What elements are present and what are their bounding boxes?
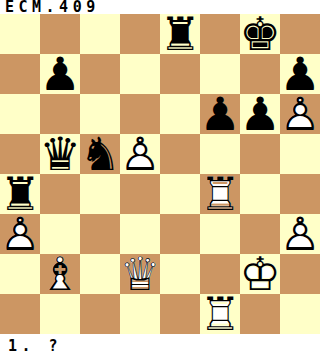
white-queen-d2: ♛♕	[120, 254, 160, 294]
square-g5[interactable]	[240, 134, 280, 174]
white-pawn-h6: ♟♙	[280, 94, 320, 134]
black-rook-e8: ♜	[160, 14, 200, 54]
white-rook-f1: ♜♖	[200, 294, 240, 334]
square-h3[interactable]: ♟♙	[280, 214, 320, 254]
white-rook-f4: ♜♖	[200, 174, 240, 214]
square-f3[interactable]	[200, 214, 240, 254]
black-pawn-f6: ♟	[200, 94, 240, 134]
black-knight-c5: ♞	[80, 134, 120, 174]
square-d7[interactable]	[120, 54, 160, 94]
square-e3[interactable]	[160, 214, 200, 254]
square-b7[interactable]: ♟	[40, 54, 80, 94]
square-g2[interactable]: ♚♔	[240, 254, 280, 294]
square-a1[interactable]	[0, 294, 40, 334]
black-pawn-b7: ♟	[40, 54, 80, 94]
square-g1[interactable]	[240, 294, 280, 334]
square-d8[interactable]	[120, 14, 160, 54]
square-c2[interactable]	[80, 254, 120, 294]
square-f8[interactable]	[200, 14, 240, 54]
square-f6[interactable]: ♟	[200, 94, 240, 134]
square-e6[interactable]	[160, 94, 200, 134]
square-c7[interactable]	[80, 54, 120, 94]
square-f1[interactable]: ♜♖	[200, 294, 240, 334]
square-h6[interactable]: ♟♙	[280, 94, 320, 134]
square-b1[interactable]	[40, 294, 80, 334]
square-d4[interactable]	[120, 174, 160, 214]
white-bishop-b2: ♝♗	[40, 254, 80, 294]
white-pawn-d5: ♟♙	[120, 134, 160, 174]
square-c5[interactable]: ♞	[80, 134, 120, 174]
square-d1[interactable]	[120, 294, 160, 334]
black-king-g8: ♚	[240, 14, 280, 54]
square-e8[interactable]: ♜	[160, 14, 200, 54]
square-h2[interactable]	[280, 254, 320, 294]
square-a2[interactable]	[0, 254, 40, 294]
square-d2[interactable]: ♛♕	[120, 254, 160, 294]
square-h1[interactable]	[280, 294, 320, 334]
square-c4[interactable]	[80, 174, 120, 214]
black-pawn-g6: ♟	[240, 94, 280, 134]
square-e2[interactable]	[160, 254, 200, 294]
square-a3[interactable]: ♟♙	[0, 214, 40, 254]
square-g6[interactable]: ♟	[240, 94, 280, 134]
square-f4[interactable]: ♜♖	[200, 174, 240, 214]
square-c1[interactable]	[80, 294, 120, 334]
square-g4[interactable]	[240, 174, 280, 214]
square-b4[interactable]	[40, 174, 80, 214]
square-b2[interactable]: ♝♗	[40, 254, 80, 294]
square-e1[interactable]	[160, 294, 200, 334]
square-e4[interactable]	[160, 174, 200, 214]
square-a8[interactable]	[0, 14, 40, 54]
square-a6[interactable]	[0, 94, 40, 134]
square-e7[interactable]	[160, 54, 200, 94]
square-h5[interactable]	[280, 134, 320, 174]
white-king-g2: ♚♔	[240, 254, 280, 294]
square-a7[interactable]	[0, 54, 40, 94]
square-d5[interactable]: ♟♙	[120, 134, 160, 174]
square-c3[interactable]	[80, 214, 120, 254]
square-c8[interactable]	[80, 14, 120, 54]
square-g8[interactable]: ♚	[240, 14, 280, 54]
chess-diagram-page: ECM.409 ♜♚♟♟♟♟♟♙♛♞♟♙♜♜♖♟♙♟♙♝♗♛♕♚♔♜♖ 1. ?	[0, 0, 320, 360]
square-b5[interactable]: ♛	[40, 134, 80, 174]
square-e5[interactable]	[160, 134, 200, 174]
move-prompt: 1. ?	[0, 334, 320, 360]
chess-board: ♜♚♟♟♟♟♟♙♛♞♟♙♜♜♖♟♙♟♙♝♗♛♕♚♔♜♖	[0, 14, 320, 334]
white-pawn-a3: ♟♙	[0, 214, 40, 254]
white-pawn-h3: ♟♙	[280, 214, 320, 254]
black-queen-b5: ♛	[40, 134, 80, 174]
